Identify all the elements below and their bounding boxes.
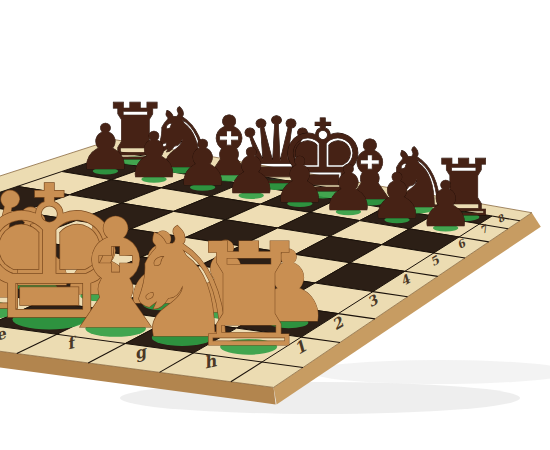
chessboard: abcdefgh12345678♜♞♝♛♚♝♞♜♟♟♟♟♟♟♟♟♟♟♟♟♟♟♟♟… <box>0 0 550 450</box>
chess-set-photo: abcdefgh12345678♜♞♝♛♚♝♞♜♟♟♟♟♟♟♟♟♟♟♟♟♟♟♟♟… <box>0 0 550 450</box>
piece-dark-pawn-h7[interactable]: ♟ <box>417 168 473 241</box>
board-shadow <box>310 360 550 384</box>
piece-light-rook-h1[interactable]: ♜ <box>185 213 313 379</box>
